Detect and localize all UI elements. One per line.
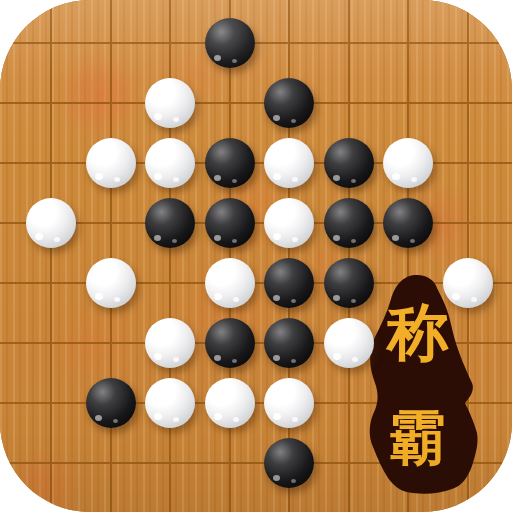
stone-white (264, 138, 314, 188)
stone-white (205, 258, 255, 308)
gomoku-app-icon[interactable]: 称 霸 (0, 0, 512, 512)
stone-white (145, 318, 195, 368)
stone-black (205, 18, 255, 68)
stone-black (205, 138, 255, 188)
stone-white (383, 138, 433, 188)
stone-white (86, 138, 136, 188)
stone-black (264, 78, 314, 128)
stone-white (26, 198, 76, 248)
stone-black (324, 258, 374, 308)
stone-white (324, 318, 374, 368)
stone-white (86, 258, 136, 308)
stone-white (145, 78, 195, 128)
stone-black (205, 198, 255, 248)
stone-white (443, 258, 493, 308)
stone-black (86, 378, 136, 428)
stones-layer (0, 0, 512, 512)
stone-white (264, 198, 314, 248)
stone-white (264, 378, 314, 428)
stone-white (205, 378, 255, 428)
stone-white (145, 378, 195, 428)
stone-black (264, 258, 314, 308)
stone-black (264, 438, 314, 488)
stone-black (205, 318, 255, 368)
stone-black (324, 198, 374, 248)
stone-black (324, 138, 374, 188)
stone-white (145, 138, 195, 188)
stone-black (145, 198, 195, 248)
stone-black (383, 198, 433, 248)
stone-black (264, 318, 314, 368)
